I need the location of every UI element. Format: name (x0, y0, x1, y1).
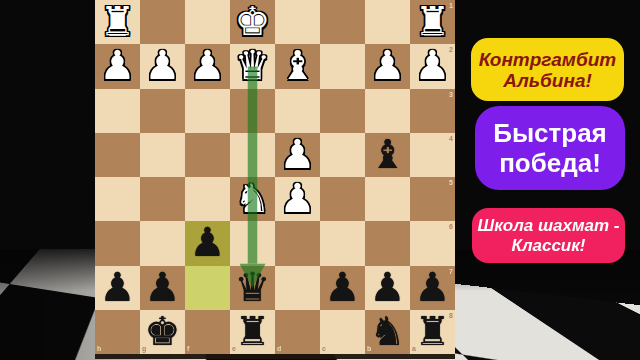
square-h8[interactable]: h (95, 310, 140, 354)
white-pawn-a2: ♟ (410, 43, 455, 87)
banner-line: Альбина! (503, 70, 592, 91)
square-d8[interactable]: d (275, 310, 320, 354)
square-e3[interactable] (230, 89, 275, 133)
square-h2[interactable]: ♟ (95, 44, 140, 88)
banner-line: победа! (499, 148, 601, 178)
square-a4[interactable]: 4 (410, 133, 455, 177)
banner-line: Школа шахмат - (478, 216, 620, 236)
square-a2[interactable]: ♟2 (410, 44, 455, 88)
square-a1[interactable]: ♜1 (410, 0, 455, 44)
square-b2[interactable]: ♟ (365, 44, 410, 88)
square-g8[interactable]: ♚g (140, 310, 185, 354)
square-h7[interactable]: ♟ (95, 266, 140, 310)
square-b5[interactable] (365, 177, 410, 221)
chess-board: ♜♚♜1♟♟♟♛♝♟♟23♟♝4♞♟5♟6♟♟♛♟♟♟7h♚gf♜edc♞b♜8… (95, 0, 455, 354)
square-a7[interactable]: ♟7 (410, 266, 455, 310)
banner-quick-win: Быстрая победа! (475, 106, 625, 190)
white-pawn-h2: ♟ (95, 43, 140, 87)
square-f2[interactable]: ♟ (185, 44, 230, 88)
rank-label-3: 3 (449, 91, 453, 98)
square-f3[interactable] (185, 89, 230, 133)
square-d7[interactable] (275, 266, 320, 310)
banner-opening-title: Контргамбит Альбина! (471, 38, 624, 101)
square-c5[interactable] (320, 177, 365, 221)
rank-label-6: 6 (449, 223, 453, 230)
white-knight-e5: ♞ (230, 176, 275, 220)
black-knight-b8: ♞ (365, 309, 410, 353)
square-b8[interactable]: ♞b (365, 310, 410, 354)
file-label-c: c (322, 345, 326, 352)
square-h3[interactable] (95, 89, 140, 133)
black-queen-e7: ♛ (230, 265, 275, 309)
black-pawn-b7: ♟ (365, 265, 410, 309)
banner-line: Быстрая (493, 118, 607, 148)
square-f8[interactable]: f (185, 310, 230, 354)
rank-label-5: 5 (449, 179, 453, 186)
banner-line: Контргамбит (479, 49, 616, 70)
square-b6[interactable] (365, 221, 410, 265)
file-label-g: g (142, 345, 146, 352)
black-bishop-b4: ♝ (365, 132, 410, 176)
banner-school-name: Школа шахмат - Классик! (472, 208, 625, 263)
square-g4[interactable] (140, 133, 185, 177)
square-g2[interactable]: ♟ (140, 44, 185, 88)
square-f4[interactable] (185, 133, 230, 177)
white-king-e1: ♚ (230, 0, 275, 43)
square-a8[interactable]: ♜8a (410, 310, 455, 354)
square-c7[interactable]: ♟ (320, 266, 365, 310)
square-c1[interactable] (320, 0, 365, 44)
black-king-g8: ♚ (140, 309, 185, 353)
square-d4[interactable]: ♟ (275, 133, 320, 177)
white-pawn-b2: ♟ (365, 43, 410, 87)
square-e4[interactable] (230, 133, 275, 177)
square-e6[interactable] (230, 221, 275, 265)
square-d6[interactable] (275, 221, 320, 265)
white-queen-e2: ♛ (230, 43, 275, 87)
square-d1[interactable] (275, 0, 320, 44)
white-bishop-d2: ♝ (275, 43, 320, 87)
black-pawn-c7: ♟ (320, 265, 365, 309)
square-e7[interactable]: ♛ (230, 266, 275, 310)
file-label-f: f (187, 345, 189, 352)
square-g3[interactable] (140, 89, 185, 133)
white-pawn-d5: ♟ (275, 176, 320, 220)
square-b4[interactable]: ♝ (365, 133, 410, 177)
square-g6[interactable] (140, 221, 185, 265)
square-g5[interactable] (140, 177, 185, 221)
rank-label-1: 1 (449, 2, 453, 9)
white-rook-a1: ♜ (410, 0, 455, 43)
square-g7[interactable]: ♟ (140, 266, 185, 310)
square-f1[interactable] (185, 0, 230, 44)
file-label-a: a (412, 345, 416, 352)
square-d5[interactable]: ♟ (275, 177, 320, 221)
rank-label-4: 4 (449, 135, 453, 142)
rank-label-2: 2 (449, 46, 453, 53)
black-pawn-g7: ♟ (140, 265, 185, 309)
rank-label-8: 8 (449, 312, 453, 319)
file-label-h: h (97, 345, 101, 352)
square-c2[interactable] (320, 44, 365, 88)
square-d3[interactable] (275, 89, 320, 133)
file-label-e: e (232, 345, 236, 352)
square-c6[interactable] (320, 221, 365, 265)
square-h1[interactable]: ♜ (95, 0, 140, 44)
square-d2[interactable]: ♝ (275, 44, 320, 88)
square-e2[interactable]: ♛ (230, 44, 275, 88)
black-pawn-f6: ♟ (185, 220, 230, 264)
square-a6[interactable]: 6 (410, 221, 455, 265)
square-f6[interactable]: ♟ (185, 221, 230, 265)
banner-line: Классик! (511, 236, 585, 256)
rank-label-7: 7 (449, 268, 453, 275)
white-pawn-d4: ♟ (275, 132, 320, 176)
square-h6[interactable] (95, 221, 140, 265)
square-f7[interactable] (185, 266, 230, 310)
black-rook-a8: ♜ (410, 309, 455, 353)
square-a5[interactable]: 5 (410, 177, 455, 221)
file-label-b: b (367, 345, 371, 352)
square-f5[interactable] (185, 177, 230, 221)
square-c8[interactable]: c (320, 310, 365, 354)
square-b3[interactable] (365, 89, 410, 133)
file-label-d: d (277, 345, 281, 352)
square-e1[interactable]: ♚ (230, 0, 275, 44)
square-h5[interactable] (95, 177, 140, 221)
square-a3[interactable]: 3 (410, 89, 455, 133)
square-b1[interactable] (365, 0, 410, 44)
thumbnail-canvas: ♜♚♜1♟♟♟♛♝♟♟23♟♝4♞♟5♟6♟♟♛♟♟♟7h♚gf♜edc♞b♜8… (0, 0, 640, 360)
black-pawn-a7: ♟ (410, 265, 455, 309)
square-e8[interactable]: ♜e (230, 310, 275, 354)
black-pawn-h7: ♟ (95, 265, 140, 309)
white-pawn-f2: ♟ (185, 43, 230, 87)
white-rook-h1: ♜ (95, 0, 140, 43)
square-c4[interactable] (320, 133, 365, 177)
square-b7[interactable]: ♟ (365, 266, 410, 310)
white-pawn-g2: ♟ (140, 43, 185, 87)
black-rook-e8: ♜ (230, 309, 275, 353)
square-h4[interactable] (95, 133, 140, 177)
square-g1[interactable] (140, 0, 185, 44)
square-c3[interactable] (320, 89, 365, 133)
square-e5[interactable]: ♞ (230, 177, 275, 221)
